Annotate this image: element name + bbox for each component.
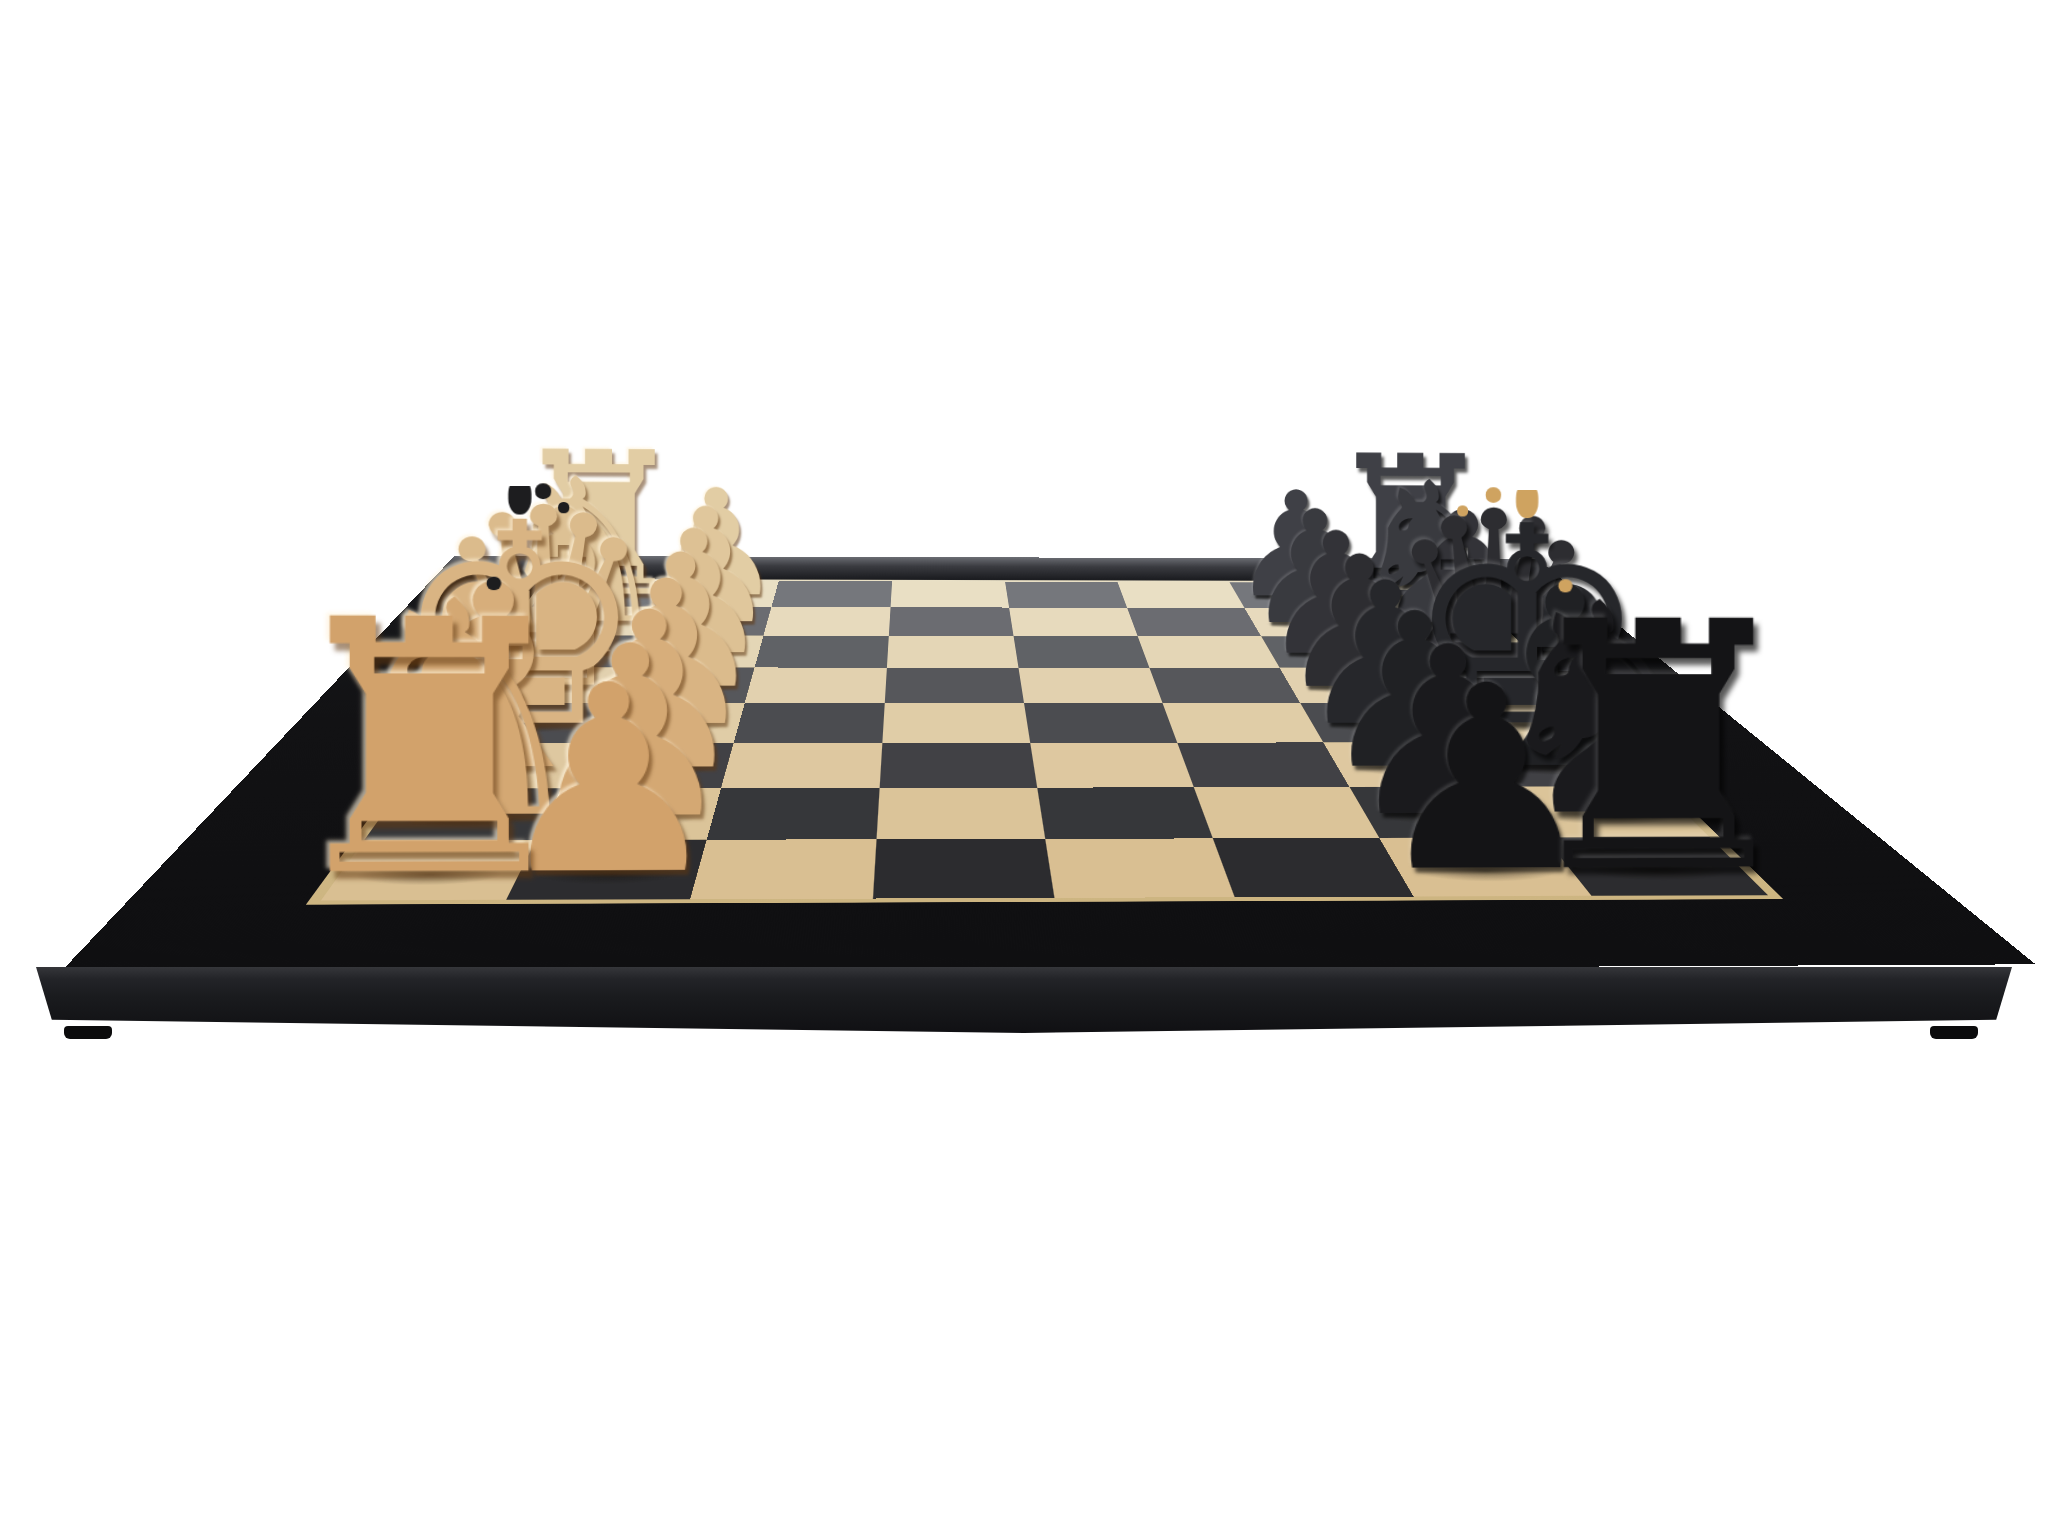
square-d6[interactable]	[1149, 668, 1300, 703]
square-d3[interactable]	[745, 667, 887, 703]
square-a3[interactable]	[771, 581, 892, 607]
piece-black-rook[interactable]: ♜	[1489, 577, 1826, 871]
square-h4[interactable]	[873, 839, 1054, 899]
square-a5[interactable]	[1005, 582, 1127, 608]
square-d5[interactable]	[1018, 668, 1162, 703]
square-b6[interactable]	[1127, 608, 1261, 637]
square-h5[interactable]	[1045, 838, 1234, 897]
square-c6[interactable]	[1138, 636, 1280, 668]
square-d4[interactable]	[885, 668, 1024, 703]
square-g4[interactable]	[877, 788, 1046, 840]
square-g5[interactable]	[1037, 787, 1213, 838]
square-b5[interactable]	[1009, 608, 1138, 637]
square-f5[interactable]	[1030, 743, 1194, 788]
piece-white-rook[interactable]: ♜	[252, 574, 605, 875]
black-rook-icon: ♜	[1489, 577, 1826, 919]
square-a6[interactable]	[1118, 582, 1245, 608]
board-front-edge	[36, 967, 2012, 1033]
playing-area: ♜♟♟♜♞♟♟♞♝♟♟♝♛♟♟♛♚♟♟♚♝♟♟♝♞♟♟♞♜♟♟♜	[321, 581, 1768, 901]
square-a4[interactable]	[891, 581, 1010, 607]
square-c3[interactable]	[755, 636, 889, 668]
board-foot-right	[1930, 1026, 1978, 1039]
square-b4[interactable]	[889, 607, 1014, 636]
square-c4[interactable]	[887, 636, 1019, 668]
square-e4[interactable]	[882, 703, 1030, 743]
chessboard: ♜♟♟♜♞♟♟♞♝♟♟♝♛♟♟♛♚♟♟♚♝♟♟♝♞♟♟♞♜♟♟♜	[59, 556, 2036, 974]
square-f4[interactable]	[880, 743, 1038, 788]
square-b3[interactable]	[764, 607, 891, 636]
board-perspective-wrap: ♜♟♟♜♞♟♟♞♝♟♟♝♛♟♟♛♚♟♟♚♝♟♟♝♞♟♟♞♜♟♟♜	[315, 0, 1714, 1412]
square-h1[interactable]: ♜	[321, 840, 536, 900]
square-c5[interactable]	[1014, 636, 1150, 668]
square-e5[interactable]	[1024, 703, 1177, 743]
product-photo-scene: ♜♟♟♜♞♟♟♞♝♟♟♝♛♟♟♛♚♟♟♚♝♟♟♝♞♟♟♞♜♟♟♜	[0, 0, 2048, 1535]
board-foot-left	[64, 1026, 112, 1039]
white-rook-icon: ♜	[252, 574, 605, 925]
